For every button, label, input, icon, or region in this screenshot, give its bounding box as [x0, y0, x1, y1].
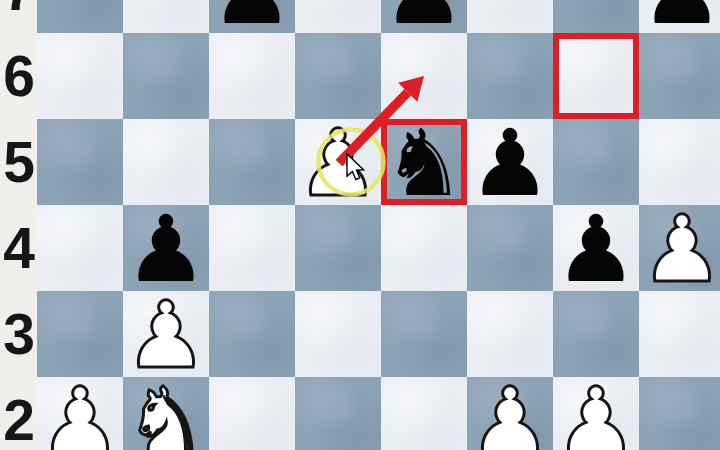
square-g4[interactable]: ♟ [553, 205, 639, 291]
square-g3[interactable] [553, 291, 639, 377]
square-e3[interactable] [381, 291, 467, 377]
square-f6[interactable] [467, 33, 553, 119]
square-d2[interactable] [295, 377, 381, 450]
square-d3[interactable] [295, 291, 381, 377]
square-d5[interactable]: ♟ [295, 119, 381, 205]
square-g5[interactable] [553, 119, 639, 205]
square-c3[interactable] [209, 291, 295, 377]
square-h5[interactable] [639, 119, 720, 205]
square-b6[interactable] [123, 33, 209, 119]
square-c2[interactable] [209, 377, 295, 450]
square-h3[interactable] [639, 291, 720, 377]
square-b2[interactable]: ♞ [123, 377, 209, 450]
piece-white-pawn[interactable]: ♟ [555, 376, 637, 450]
square-a2[interactable]: ♟ [37, 377, 123, 450]
square-e4[interactable] [381, 205, 467, 291]
square-e6[interactable] [381, 33, 467, 119]
square-a5[interactable] [37, 119, 123, 205]
square-f5[interactable]: ♟ [467, 119, 553, 205]
rank-label-3: 3 [0, 291, 37, 377]
square-b3[interactable]: ♟ [123, 291, 209, 377]
rank-label-6: 6 [0, 33, 37, 119]
rank-label-2: 2 [0, 377, 37, 450]
square-b7[interactable] [123, 0, 209, 33]
square-g2[interactable]: ♟ [553, 377, 639, 450]
square-d7[interactable] [295, 0, 381, 33]
square-a6[interactable] [37, 33, 123, 119]
rank-label-5: 5 [0, 119, 37, 205]
square-f4[interactable] [467, 205, 553, 291]
rank-label-7: 7 [0, 0, 37, 33]
piece-black-pawn[interactable]: ♟ [555, 204, 637, 296]
square-b5[interactable] [123, 119, 209, 205]
piece-white-pawn[interactable]: ♟ [297, 118, 379, 210]
square-g6[interactable] [553, 33, 639, 119]
piece-white-knight[interactable]: ♞ [125, 376, 207, 450]
piece-white-pawn[interactable]: ♟ [39, 376, 121, 450]
square-e5[interactable]: ♞ [381, 119, 467, 205]
square-g7[interactable] [553, 0, 639, 33]
square-h2[interactable] [639, 377, 720, 450]
rank-label-4: 4 [0, 205, 37, 291]
piece-white-pawn[interactable]: ♟ [469, 376, 551, 450]
square-f7[interactable] [467, 0, 553, 33]
square-h6[interactable] [639, 33, 720, 119]
square-c4[interactable] [209, 205, 295, 291]
square-a4[interactable] [37, 205, 123, 291]
square-h7[interactable]: ♟ [639, 0, 720, 33]
square-d4[interactable] [295, 205, 381, 291]
square-h4[interactable]: ♟ [639, 205, 720, 291]
rank-labels: 765432 [0, 0, 37, 450]
square-b4[interactable]: ♟ [123, 205, 209, 291]
square-c5[interactable] [209, 119, 295, 205]
chess-board[interactable]: ♟♟♟♟♞♟♟♟♟♟♟♞♟♟ [37, 0, 720, 450]
square-c6[interactable] [209, 33, 295, 119]
square-a7[interactable] [37, 0, 123, 33]
square-e7[interactable]: ♟ [381, 0, 467, 33]
square-e2[interactable] [381, 377, 467, 450]
piece-black-pawn[interactable]: ♟ [469, 118, 551, 210]
square-f2[interactable]: ♟ [467, 377, 553, 450]
square-d6[interactable] [295, 33, 381, 119]
chess-board-screenshot: ♟♟♟♟♞♟♟♟♟♟♟♞♟♟ 765432 [0, 0, 720, 450]
square-c7[interactable]: ♟ [209, 0, 295, 33]
square-a3[interactable] [37, 291, 123, 377]
square-f3[interactable] [467, 291, 553, 377]
piece-black-knight[interactable]: ♞ [383, 118, 465, 210]
piece-white-pawn[interactable]: ♟ [641, 204, 720, 296]
